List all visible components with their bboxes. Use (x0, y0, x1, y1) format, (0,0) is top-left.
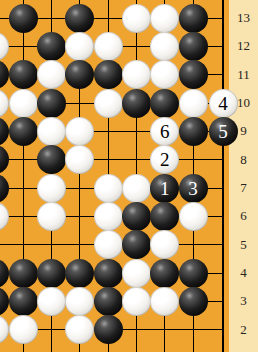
stone-black (179, 287, 208, 316)
stone-white (94, 89, 123, 118)
stone-black (94, 315, 123, 344)
stone-black (94, 60, 123, 89)
stone-black (9, 117, 38, 146)
row-label-8: 8 (229, 152, 258, 168)
board-edge-line (222, 0, 224, 352)
stone-black (65, 4, 94, 33)
stone-black (65, 259, 94, 288)
stone-white (37, 202, 66, 231)
stone-white (9, 89, 38, 118)
stone-white (94, 202, 123, 231)
stone-white: 6 (150, 117, 179, 146)
stone-black: 1 (150, 174, 179, 203)
move-number: 3 (179, 174, 208, 203)
stone-white (122, 4, 151, 33)
stone-black (37, 145, 66, 174)
stone-black (179, 60, 208, 89)
stone-white (37, 117, 66, 146)
stone-white (122, 60, 151, 89)
move-number: 1 (150, 174, 179, 203)
row-label-4: 4 (229, 265, 258, 281)
stone-black (9, 60, 38, 89)
row-label-10: 10 (229, 95, 258, 111)
stone-black (150, 259, 179, 288)
row-label-2: 2 (229, 322, 258, 338)
grid-hline (0, 159, 224, 160)
stone-black (37, 32, 66, 61)
stone-white (179, 89, 208, 118)
row-label-9: 9 (229, 123, 258, 139)
stone-black: 3 (179, 174, 208, 203)
stone-black (122, 230, 151, 259)
stone-black (122, 202, 151, 231)
row-label-11: 11 (229, 67, 258, 83)
stone-white (65, 32, 94, 61)
stone-black (94, 259, 123, 288)
stone-white (94, 174, 123, 203)
stone-black (179, 117, 208, 146)
stone-black (122, 89, 151, 118)
stone-white: 2 (150, 145, 179, 174)
stone-black (179, 4, 208, 33)
stone-white (65, 287, 94, 316)
stone-white (94, 32, 123, 61)
stone-white (179, 202, 208, 231)
stone-black (9, 4, 38, 33)
go-board-diagram: 465213 1312111098765432 (0, 0, 258, 352)
stone-black (9, 259, 38, 288)
stone-black (179, 32, 208, 61)
stone-white (150, 32, 179, 61)
stone-white (122, 174, 151, 203)
stone-black (9, 287, 38, 316)
stone-black (179, 259, 208, 288)
stone-black (37, 259, 66, 288)
stone-white (37, 174, 66, 203)
stone-white (65, 117, 94, 146)
row-label-6: 6 (229, 208, 258, 224)
stone-white (122, 287, 151, 316)
stone-white (94, 230, 123, 259)
move-number: 6 (150, 117, 179, 146)
stone-black (37, 89, 66, 118)
row-label-13: 13 (229, 10, 258, 26)
stone-black (150, 202, 179, 231)
row-label-3: 3 (229, 293, 258, 309)
stone-white (122, 259, 151, 288)
stone-white (37, 60, 66, 89)
stone-black (150, 89, 179, 118)
stone-black (94, 287, 123, 316)
row-label-5: 5 (229, 237, 258, 253)
stone-white (9, 315, 38, 344)
stone-white (37, 287, 66, 316)
row-label-7: 7 (229, 180, 258, 196)
stone-white (150, 287, 179, 316)
stone-white (150, 4, 179, 33)
row-label-12: 12 (229, 38, 258, 54)
move-number: 2 (150, 145, 179, 174)
